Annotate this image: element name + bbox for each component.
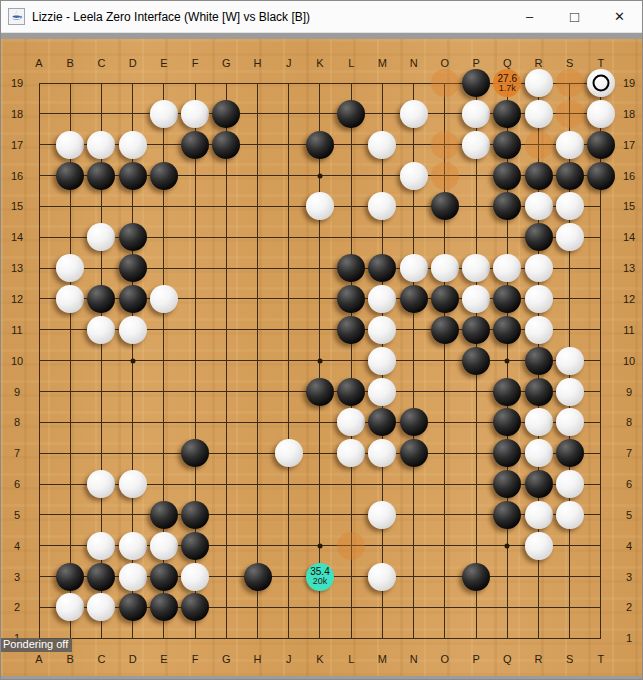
coord-label-top: Q: [503, 57, 512, 69]
stone-white-s9: [556, 378, 584, 406]
stone-white-m15: [368, 192, 396, 220]
coord-label-bottom: G: [222, 653, 231, 665]
stone-white-e4: [150, 532, 178, 560]
coord-label-bottom: O: [441, 653, 450, 665]
stone-black-c12: [87, 285, 115, 313]
stone-white-p12: [462, 285, 490, 313]
coord-label-bottom: B: [67, 653, 74, 665]
coord-label-right: 11: [623, 324, 634, 336]
candidate-winrate: 27.6: [498, 74, 517, 84]
stone-white-s6: [556, 470, 584, 498]
stone-white-r12: [525, 285, 553, 313]
stone-white-e12: [150, 285, 178, 313]
stone-black-r14: [525, 223, 553, 251]
stone-black-r9: [525, 378, 553, 406]
stone-white-p13: [462, 254, 490, 282]
stone-white-s14: [556, 223, 584, 251]
stone-black-p19: [462, 69, 490, 97]
stone-black-o11: [431, 316, 459, 344]
stone-black-d14: [119, 223, 147, 251]
stone-white-m5: [368, 501, 396, 529]
stone-white-c11: [87, 316, 115, 344]
stone-white-e18: [150, 100, 178, 128]
coord-label-right: 7: [626, 447, 632, 459]
coord-label-top: F: [192, 57, 199, 69]
coord-label-top: H: [254, 57, 262, 69]
coord-label-top: J: [286, 57, 292, 69]
stone-white-d6: [119, 470, 147, 498]
stone-black-b16: [56, 162, 84, 190]
coord-label-right: 5: [626, 509, 632, 521]
coord-label-right: 14: [623, 231, 635, 243]
coord-label-left: 11: [11, 324, 22, 336]
coord-label-top: E: [160, 57, 167, 69]
stone-white-m10: [368, 347, 396, 375]
coord-label-top: C: [97, 57, 105, 69]
stone-black-p3: [462, 563, 490, 591]
window-title: Lizzie - Leela Zero Interface (White [W]…: [32, 10, 310, 24]
coord-label-left: 7: [14, 447, 20, 459]
stone-white-d11: [119, 316, 147, 344]
stone-white-r5: [525, 501, 553, 529]
stone-white-m7: [368, 439, 396, 467]
coord-label-left: 6: [14, 478, 20, 490]
stone-black-q5: [493, 501, 521, 529]
stone-black-q12: [493, 285, 521, 313]
coord-label-left: 12: [11, 293, 23, 305]
candidate-move-o16[interactable]: [431, 162, 459, 190]
coord-label-top: L: [348, 57, 354, 69]
stone-white-b2: [56, 593, 84, 621]
candidate-winrate: 35.4: [310, 567, 329, 577]
coord-label-left: 13: [11, 262, 23, 274]
app-icon: [8, 8, 25, 25]
star-point: [317, 358, 322, 363]
coord-label-right: 17: [623, 139, 635, 151]
coord-label-top: K: [316, 57, 323, 69]
stone-black-m13: [368, 254, 396, 282]
candidate-move-l4[interactable]: [337, 532, 365, 560]
star-point: [130, 358, 135, 363]
coord-label-bottom: H: [254, 653, 262, 665]
stone-white-n13: [400, 254, 428, 282]
stone-black-h3: [244, 563, 272, 591]
stone-black-g18: [212, 100, 240, 128]
stone-white-s15: [556, 192, 584, 220]
minimize-button[interactable]: –: [507, 1, 552, 32]
stone-white-k15: [306, 192, 334, 220]
stone-black-t17: [587, 131, 615, 159]
stone-white-j7: [275, 439, 303, 467]
stone-black-e2: [150, 593, 178, 621]
coord-label-top: N: [410, 57, 418, 69]
stone-black-b3: [56, 563, 84, 591]
stone-white-m9: [368, 378, 396, 406]
coord-label-top: M: [378, 57, 387, 69]
coord-label-right: 19: [623, 77, 635, 89]
coord-label-bottom: N: [410, 653, 418, 665]
coord-label-bottom: E: [160, 653, 167, 665]
stone-black-l12: [337, 285, 365, 313]
coord-label-bottom: A: [35, 653, 42, 665]
stone-black-d13: [119, 254, 147, 282]
stone-black-n7: [400, 439, 428, 467]
stone-black-q18: [493, 100, 521, 128]
stone-white-d4: [119, 532, 147, 560]
stone-white-l8: [337, 408, 365, 436]
candidate-move-o19[interactable]: [431, 69, 459, 97]
stone-black-f5: [181, 501, 209, 529]
stone-white-d17: [119, 131, 147, 159]
stone-black-e3: [150, 563, 178, 591]
stone-black-r16: [525, 162, 553, 190]
candidate-move-s19[interactable]: [556, 69, 584, 97]
stone-white-o13: [431, 254, 459, 282]
coord-label-bottom: S: [566, 653, 573, 665]
stone-white-r15: [525, 192, 553, 220]
coord-label-left: 5: [14, 509, 20, 521]
candidate-move-o17[interactable]: [431, 131, 459, 159]
go-board[interactable]: AABBCCDDEEFFGGHHJJKKLLMMNNOOPPQQRRSSTT19…: [1, 39, 642, 676]
coord-label-bottom: C: [97, 653, 105, 665]
coord-label-top: O: [441, 57, 450, 69]
last-move-marker: [592, 75, 609, 92]
grid-line-horizontal: [39, 638, 601, 639]
stone-white-m3: [368, 563, 396, 591]
stone-black-p11: [462, 316, 490, 344]
stone-black-n12: [400, 285, 428, 313]
star-point: [317, 173, 322, 178]
stone-black-k17: [306, 131, 334, 159]
stone-white-b13: [56, 254, 84, 282]
stone-black-f2: [181, 593, 209, 621]
coord-label-right: 4: [626, 540, 632, 552]
stone-black-e16: [150, 162, 178, 190]
stone-black-l13: [337, 254, 365, 282]
coord-label-left: 3: [14, 571, 20, 583]
coord-label-right: 16: [623, 170, 635, 182]
star-point: [317, 543, 322, 548]
coord-label-left: 2: [14, 601, 20, 613]
stone-black-l9: [337, 378, 365, 406]
stone-white-c17: [87, 131, 115, 159]
stone-white-c14: [87, 223, 115, 251]
coord-label-top: D: [129, 57, 137, 69]
stone-black-q8: [493, 408, 521, 436]
stone-black-f4: [181, 532, 209, 560]
pondering-status: Pondering off: [3, 638, 68, 650]
star-point: [505, 358, 510, 363]
coord-label-right: 10: [623, 355, 635, 367]
coord-label-top: T: [598, 57, 605, 69]
stone-white-s10: [556, 347, 584, 375]
stone-white-s5: [556, 501, 584, 529]
stone-white-r8: [525, 408, 553, 436]
stone-white-c6: [87, 470, 115, 498]
stone-white-t18: [587, 100, 615, 128]
maximize-button[interactable]: □: [552, 1, 597, 32]
title-bar: Lizzie - Leela Zero Interface (White [W]…: [1, 1, 642, 33]
candidate-visits: 1.7k: [499, 84, 516, 93]
coord-label-right: 13: [623, 262, 635, 274]
stone-black-s16: [556, 162, 584, 190]
stone-black-d16: [119, 162, 147, 190]
stone-black-l11: [337, 316, 365, 344]
star-point: [505, 543, 510, 548]
stone-white-c4: [87, 532, 115, 560]
coord-label-top: R: [535, 57, 543, 69]
stone-black-k9: [306, 378, 334, 406]
stone-black-s7: [556, 439, 584, 467]
coord-label-bottom: R: [535, 653, 543, 665]
coord-label-bottom: J: [286, 653, 292, 665]
coord-label-left: 18: [11, 108, 23, 120]
stone-white-r4: [525, 532, 553, 560]
stone-black-g17: [212, 131, 240, 159]
stone-white-f3: [181, 563, 209, 591]
stone-white-f18: [181, 100, 209, 128]
stone-black-q17: [493, 131, 521, 159]
coord-label-left: 9: [14, 386, 20, 398]
stone-black-c16: [87, 162, 115, 190]
stone-black-t16: [587, 162, 615, 190]
stone-black-o15: [431, 192, 459, 220]
stone-black-q11: [493, 316, 521, 344]
stone-white-l7: [337, 439, 365, 467]
stone-white-r19: [525, 69, 553, 97]
coord-label-left: 17: [11, 139, 23, 151]
stone-white-p17: [462, 131, 490, 159]
stone-white-s8: [556, 408, 584, 436]
stone-white-m11: [368, 316, 396, 344]
coord-label-right: 1: [626, 632, 632, 644]
stone-black-q15: [493, 192, 521, 220]
candidate-move-k3[interactable]: 35.420k: [306, 563, 334, 591]
window-controls: – □ ✕: [507, 1, 642, 32]
stone-black-n8: [400, 408, 428, 436]
coord-label-top: B: [67, 57, 74, 69]
coord-label-left: 19: [11, 77, 23, 89]
stone-white-r18: [525, 100, 553, 128]
window-frame-bottom: [1, 676, 642, 679]
stone-black-q6: [493, 470, 521, 498]
coord-label-top: S: [566, 57, 573, 69]
coord-label-right: 3: [626, 571, 632, 583]
stone-white-q13: [493, 254, 521, 282]
coord-label-right: 2: [626, 601, 632, 613]
stone-white-r7: [525, 439, 553, 467]
status-bar: Pondering off: [1, 638, 72, 652]
coord-label-left: 8: [14, 416, 20, 428]
coord-label-bottom: M: [378, 653, 387, 665]
stone-white-n18: [400, 100, 428, 128]
stone-black-q9: [493, 378, 521, 406]
coord-label-bottom: K: [316, 653, 323, 665]
stone-white-m12: [368, 285, 396, 313]
stone-black-p10: [462, 347, 490, 375]
coord-label-right: 8: [626, 416, 632, 428]
coord-label-bottom: F: [192, 653, 199, 665]
coord-label-bottom: T: [598, 653, 605, 665]
stone-white-b12: [56, 285, 84, 313]
stone-black-q16: [493, 162, 521, 190]
candidate-visits: 20k: [313, 577, 328, 586]
coord-label-bottom: L: [348, 653, 354, 665]
coord-label-right: 12: [623, 293, 635, 305]
stone-black-f17: [181, 131, 209, 159]
coord-label-bottom: Q: [503, 653, 512, 665]
stone-black-r10: [525, 347, 553, 375]
coord-label-right: 9: [626, 386, 632, 398]
stone-white-r13: [525, 254, 553, 282]
coord-label-bottom: D: [129, 653, 137, 665]
coord-label-top: P: [472, 57, 479, 69]
coord-label-right: 18: [623, 108, 635, 120]
coord-label-right: 15: [623, 200, 635, 212]
stone-black-o12: [431, 285, 459, 313]
coord-label-left: 10: [11, 355, 23, 367]
stone-white-d3: [119, 563, 147, 591]
coord-label-top: A: [35, 57, 42, 69]
stone-white-r11: [525, 316, 553, 344]
stone-black-f7: [181, 439, 209, 467]
coord-label-right: 6: [626, 478, 632, 490]
coord-label-left: 4: [14, 540, 20, 552]
coord-label-left: 15: [11, 200, 23, 212]
stone-white-p18: [462, 100, 490, 128]
stone-white-s17: [556, 131, 584, 159]
close-button[interactable]: ✕: [597, 1, 642, 32]
stone-black-m8: [368, 408, 396, 436]
coord-label-left: 16: [11, 170, 23, 182]
stone-black-l18: [337, 100, 365, 128]
stone-black-c3: [87, 563, 115, 591]
stone-black-q7: [493, 439, 521, 467]
stone-white-b17: [56, 131, 84, 159]
candidate-move-s18[interactable]: [556, 100, 584, 128]
stone-black-d12: [119, 285, 147, 313]
stone-black-d2: [119, 593, 147, 621]
coord-label-top: G: [222, 57, 231, 69]
stone-black-e5: [150, 501, 178, 529]
coord-label-left: 14: [11, 231, 23, 243]
stone-white-m17: [368, 131, 396, 159]
candidate-move-r17[interactable]: [525, 131, 553, 159]
coord-label-bottom: P: [472, 653, 479, 665]
stone-black-r6: [525, 470, 553, 498]
stone-white-n16: [400, 162, 428, 190]
stone-white-c2: [87, 593, 115, 621]
app-window: Lizzie - Leela Zero Interface (White [W]…: [0, 0, 643, 680]
candidate-move-q19[interactable]: 27.61.7k: [493, 69, 521, 97]
